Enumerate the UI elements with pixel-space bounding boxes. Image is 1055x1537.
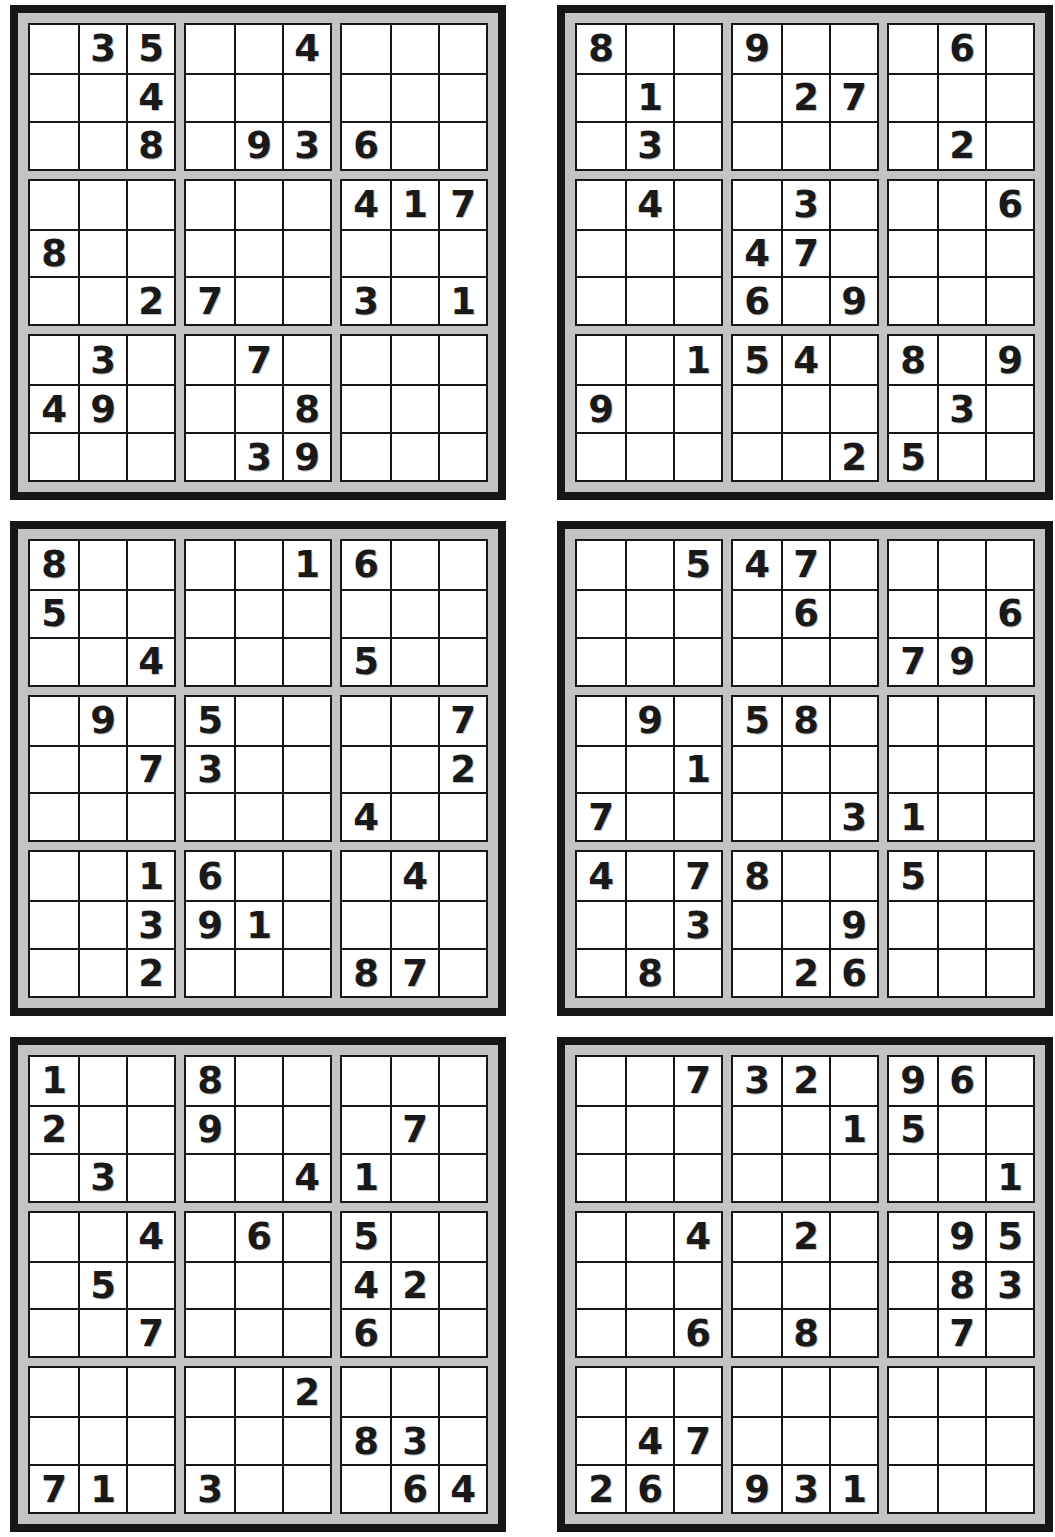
- puzzle2-cell-r7c1-empty[interactable]: [577, 336, 625, 384]
- puzzle2-cell-r3c7-empty[interactable]: [889, 121, 937, 169]
- puzzle4-cell-r3c6-empty[interactable]: [829, 637, 877, 685]
- puzzle1-cell-r9c8-empty[interactable]: [390, 432, 438, 480]
- puzzle3-cell-r3c6-empty[interactable]: [282, 637, 330, 685]
- puzzle4-cell-r1c2-empty[interactable]: [625, 541, 673, 589]
- puzzle3-cell-r2c3-empty[interactable]: [126, 589, 174, 637]
- puzzle4-cell-r7c6-empty[interactable]: [829, 852, 877, 900]
- puzzle4-cell-r1c6-empty[interactable]: [829, 541, 877, 589]
- puzzle4-cell-r2c7-empty[interactable]: [889, 589, 937, 637]
- puzzle1-cell-r7c4-empty[interactable]: [186, 336, 234, 384]
- puzzle4-cell-r2c8-empty[interactable]: [937, 589, 985, 637]
- puzzle1-cell-r1c1-empty[interactable]: [30, 25, 78, 73]
- puzzle6-cell-r5c7-empty[interactable]: [889, 1261, 937, 1309]
- puzzle4-cell-r9c1-empty[interactable]: [577, 948, 625, 996]
- puzzle4-cell-r4c9-empty[interactable]: [985, 697, 1033, 745]
- puzzle2-cell-r5c6-empty[interactable]: [829, 229, 877, 277]
- puzzle4-cell-r3c1-empty[interactable]: [577, 637, 625, 685]
- puzzle3-cell-r9c9-empty[interactable]: [438, 948, 486, 996]
- puzzle1-cell-r3c1-empty[interactable]: [30, 121, 78, 169]
- puzzle6-cell-r9c8-empty[interactable]: [937, 1464, 985, 1512]
- puzzle6-cell-r9c3-empty[interactable]: [673, 1464, 721, 1512]
- puzzle6-cell-r1c1-empty[interactable]: [577, 1057, 625, 1105]
- puzzle4-cell-r7c9-empty[interactable]: [985, 852, 1033, 900]
- puzzle6-cell-r3c7-empty[interactable]: [889, 1153, 937, 1201]
- puzzle2-cell-r2c7-empty[interactable]: [889, 73, 937, 121]
- puzzle4-cell-r5c5-empty[interactable]: [781, 745, 829, 793]
- puzzle6-cell-r8c1-empty[interactable]: [577, 1416, 625, 1464]
- puzzle1-cell-r8c7-empty[interactable]: [342, 384, 390, 432]
- puzzle6-cell-r1c6-empty[interactable]: [829, 1057, 877, 1105]
- puzzle2-cell-r1c9-empty[interactable]: [985, 25, 1033, 73]
- puzzle6-cell-r3c1-empty[interactable]: [577, 1153, 625, 1201]
- puzzle3-cell-r6c4-empty[interactable]: [186, 792, 234, 840]
- puzzle2-cell-r3c6-empty[interactable]: [829, 121, 877, 169]
- puzzle5-cell-r2c2-empty[interactable]: [78, 1105, 126, 1153]
- puzzle2-cell-r3c4-empty[interactable]: [733, 121, 781, 169]
- puzzle6-cell-r4c2-empty[interactable]: [625, 1213, 673, 1261]
- puzzle3-cell-r6c1-empty[interactable]: [30, 792, 78, 840]
- puzzle6-cell-r9c7-empty[interactable]: [889, 1464, 937, 1512]
- puzzle4-cell-r2c3-empty[interactable]: [673, 589, 721, 637]
- puzzle3-cell-r3c2-empty[interactable]: [78, 637, 126, 685]
- puzzle3-cell-r8c1-empty[interactable]: [30, 900, 78, 948]
- puzzle2-cell-r2c1-empty[interactable]: [577, 73, 625, 121]
- puzzle5-cell-r8c1-empty[interactable]: [30, 1416, 78, 1464]
- puzzle6-cell-r8c5-empty[interactable]: [781, 1416, 829, 1464]
- puzzle6-cell-r7c5-empty[interactable]: [781, 1368, 829, 1416]
- puzzle1-cell-r2c1-empty[interactable]: [30, 73, 78, 121]
- puzzle1-cell-r6c5-empty[interactable]: [234, 276, 282, 324]
- puzzle4-cell-r4c6-empty[interactable]: [829, 697, 877, 745]
- puzzle5-cell-r6c8-empty[interactable]: [390, 1308, 438, 1356]
- puzzle2-cell-r6c3-empty[interactable]: [673, 276, 721, 324]
- puzzle6-cell-r1c9-empty[interactable]: [985, 1057, 1033, 1105]
- puzzle1-cell-r5c8-empty[interactable]: [390, 229, 438, 277]
- puzzle5-cell-r6c5-empty[interactable]: [234, 1308, 282, 1356]
- puzzle2-cell-r3c3-empty[interactable]: [673, 121, 721, 169]
- puzzle6-cell-r5c3-empty[interactable]: [673, 1261, 721, 1309]
- puzzle5-cell-r2c3-empty[interactable]: [126, 1105, 174, 1153]
- puzzle2-cell-r9c9-empty[interactable]: [985, 432, 1033, 480]
- puzzle3-cell-r3c9-empty[interactable]: [438, 637, 486, 685]
- puzzle5-cell-r2c6-empty[interactable]: [282, 1105, 330, 1153]
- puzzle1-cell-r5c3-empty[interactable]: [126, 229, 174, 277]
- puzzle4-cell-r6c4-empty[interactable]: [733, 792, 781, 840]
- puzzle2-cell-r9c1-empty[interactable]: [577, 432, 625, 480]
- puzzle1-cell-r4c1-empty[interactable]: [30, 181, 78, 229]
- puzzle4-cell-r1c7-empty[interactable]: [889, 541, 937, 589]
- puzzle6-cell-r3c5-empty[interactable]: [781, 1153, 829, 1201]
- puzzle2-cell-r8c5-empty[interactable]: [781, 384, 829, 432]
- puzzle2-cell-r9c8-empty[interactable]: [937, 432, 985, 480]
- puzzle6-cell-r3c6-empty[interactable]: [829, 1153, 877, 1201]
- puzzle2-cell-r3c9-empty[interactable]: [985, 121, 1033, 169]
- puzzle4-cell-r3c5-empty[interactable]: [781, 637, 829, 685]
- puzzle5-cell-r4c1-empty[interactable]: [30, 1213, 78, 1261]
- puzzle2-cell-r4c8-empty[interactable]: [937, 181, 985, 229]
- puzzle6-cell-r3c4-empty[interactable]: [733, 1153, 781, 1201]
- puzzle4-cell-r1c1-empty[interactable]: [577, 541, 625, 589]
- puzzle3-cell-r4c6-empty[interactable]: [282, 697, 330, 745]
- puzzle2-cell-r9c2-empty[interactable]: [625, 432, 673, 480]
- puzzle1-cell-r4c2-empty[interactable]: [78, 181, 126, 229]
- puzzle4-cell-r7c8-empty[interactable]: [937, 852, 985, 900]
- puzzle3-cell-r9c5-empty[interactable]: [234, 948, 282, 996]
- puzzle6-cell-r7c6-empty[interactable]: [829, 1368, 877, 1416]
- puzzle4-cell-r4c7-empty[interactable]: [889, 697, 937, 745]
- puzzle3-cell-r7c2-empty[interactable]: [78, 852, 126, 900]
- puzzle3-cell-r7c1-empty[interactable]: [30, 852, 78, 900]
- puzzle2-cell-r8c3-empty[interactable]: [673, 384, 721, 432]
- puzzle4-cell-r8c1-empty[interactable]: [577, 900, 625, 948]
- puzzle5-cell-r9c3-empty[interactable]: [126, 1464, 174, 1512]
- puzzle2-cell-r1c7-empty[interactable]: [889, 25, 937, 73]
- puzzle1-cell-r4c3-empty[interactable]: [126, 181, 174, 229]
- puzzle1-cell-r6c6-empty[interactable]: [282, 276, 330, 324]
- puzzle5-cell-r6c2-empty[interactable]: [78, 1308, 126, 1356]
- puzzle2-cell-r8c4-empty[interactable]: [733, 384, 781, 432]
- puzzle4-cell-r9c3-empty[interactable]: [673, 948, 721, 996]
- puzzle5-cell-r8c9-empty[interactable]: [438, 1416, 486, 1464]
- puzzle2-cell-r6c8-empty[interactable]: [937, 276, 985, 324]
- puzzle3-cell-r6c9-empty[interactable]: [438, 792, 486, 840]
- puzzle6-cell-r8c8-empty[interactable]: [937, 1416, 985, 1464]
- puzzle4-cell-r5c4-empty[interactable]: [733, 745, 781, 793]
- puzzle1-cell-r5c5-empty[interactable]: [234, 229, 282, 277]
- puzzle6-cell-r4c4-empty[interactable]: [733, 1213, 781, 1261]
- puzzle5-cell-r5c1-empty[interactable]: [30, 1261, 78, 1309]
- puzzle6-cell-r5c4-empty[interactable]: [733, 1261, 781, 1309]
- puzzle1-cell-r7c3-empty[interactable]: [126, 336, 174, 384]
- puzzle5-cell-r5c3-empty[interactable]: [126, 1261, 174, 1309]
- puzzle5-cell-r5c4-empty[interactable]: [186, 1261, 234, 1309]
- puzzle1-cell-r3c9-empty[interactable]: [438, 121, 486, 169]
- puzzle6-cell-r5c6-empty[interactable]: [829, 1261, 877, 1309]
- puzzle3-cell-r7c5-empty[interactable]: [234, 852, 282, 900]
- puzzle1-cell-r5c4-empty[interactable]: [186, 229, 234, 277]
- puzzle4-cell-r5c9-empty[interactable]: [985, 745, 1033, 793]
- puzzle4-cell-r1c8-empty[interactable]: [937, 541, 985, 589]
- puzzle1-cell-r4c6-empty[interactable]: [282, 181, 330, 229]
- puzzle2-cell-r1c3-empty[interactable]: [673, 25, 721, 73]
- puzzle6-cell-r5c2-empty[interactable]: [625, 1261, 673, 1309]
- puzzle6-cell-r1c2-empty[interactable]: [625, 1057, 673, 1105]
- puzzle5-cell-r2c9-empty[interactable]: [438, 1105, 486, 1153]
- puzzle6-cell-r6c4-empty[interactable]: [733, 1308, 781, 1356]
- puzzle3-cell-r8c8-empty[interactable]: [390, 900, 438, 948]
- puzzle3-cell-r3c4-empty[interactable]: [186, 637, 234, 685]
- puzzle3-cell-r8c6-empty[interactable]: [282, 900, 330, 948]
- puzzle6-cell-r7c3-empty[interactable]: [673, 1368, 721, 1416]
- puzzle2-cell-r7c2-empty[interactable]: [625, 336, 673, 384]
- puzzle5-cell-r3c9-empty[interactable]: [438, 1153, 486, 1201]
- puzzle1-cell-r3c2-empty[interactable]: [78, 121, 126, 169]
- puzzle3-cell-r6c8-empty[interactable]: [390, 792, 438, 840]
- puzzle6-cell-r2c4-empty[interactable]: [733, 1105, 781, 1153]
- puzzle6-cell-r2c3-empty[interactable]: [673, 1105, 721, 1153]
- puzzle5-cell-r4c9-empty[interactable]: [438, 1213, 486, 1261]
- puzzle3-cell-r2c7-empty[interactable]: [342, 589, 390, 637]
- puzzle6-cell-r3c8-empty[interactable]: [937, 1153, 985, 1201]
- puzzle5-cell-r7c2-empty[interactable]: [78, 1368, 126, 1416]
- puzzle2-cell-r5c3-empty[interactable]: [673, 229, 721, 277]
- puzzle1-cell-r7c6-empty[interactable]: [282, 336, 330, 384]
- puzzle3-cell-r2c9-empty[interactable]: [438, 589, 486, 637]
- puzzle6-cell-r7c2-empty[interactable]: [625, 1368, 673, 1416]
- puzzle6-cell-r7c7-empty[interactable]: [889, 1368, 937, 1416]
- puzzle1-cell-r8c4-empty[interactable]: [186, 384, 234, 432]
- puzzle4-cell-r6c9-empty[interactable]: [985, 792, 1033, 840]
- puzzle5-cell-r7c3-empty[interactable]: [126, 1368, 174, 1416]
- puzzle6-cell-r6c7-empty[interactable]: [889, 1308, 937, 1356]
- puzzle1-cell-r1c8-empty[interactable]: [390, 25, 438, 73]
- puzzle2-cell-r9c5-empty[interactable]: [781, 432, 829, 480]
- puzzle4-cell-r2c2-empty[interactable]: [625, 589, 673, 637]
- puzzle1-cell-r2c8-empty[interactable]: [390, 73, 438, 121]
- puzzle3-cell-r6c5-empty[interactable]: [234, 792, 282, 840]
- puzzle6-cell-r2c8-empty[interactable]: [937, 1105, 985, 1153]
- puzzle4-cell-r8c2-empty[interactable]: [625, 900, 673, 948]
- puzzle2-cell-r9c3-empty[interactable]: [673, 432, 721, 480]
- puzzle4-cell-r7c5-empty[interactable]: [781, 852, 829, 900]
- puzzle6-cell-r8c7-empty[interactable]: [889, 1416, 937, 1464]
- puzzle1-cell-r1c9-empty[interactable]: [438, 25, 486, 73]
- puzzle3-cell-r2c6-empty[interactable]: [282, 589, 330, 637]
- puzzle1-cell-r7c9-empty[interactable]: [438, 336, 486, 384]
- puzzle4-cell-r3c2-empty[interactable]: [625, 637, 673, 685]
- puzzle3-cell-r1c3-empty[interactable]: [126, 541, 174, 589]
- puzzle4-cell-r2c1-empty[interactable]: [577, 589, 625, 637]
- puzzle5-cell-r3c8-empty[interactable]: [390, 1153, 438, 1201]
- puzzle6-cell-r6c6-empty[interactable]: [829, 1308, 877, 1356]
- puzzle1-cell-r9c3-empty[interactable]: [126, 432, 174, 480]
- puzzle2-cell-r3c1-empty[interactable]: [577, 121, 625, 169]
- puzzle4-cell-r8c5-empty[interactable]: [781, 900, 829, 948]
- puzzle3-cell-r1c2-empty[interactable]: [78, 541, 126, 589]
- puzzle5-cell-r1c2-empty[interactable]: [78, 1057, 126, 1105]
- puzzle4-cell-r4c3-empty[interactable]: [673, 697, 721, 745]
- puzzle2-cell-r1c2-empty[interactable]: [625, 25, 673, 73]
- puzzle5-cell-r8c2-empty[interactable]: [78, 1416, 126, 1464]
- puzzle3-cell-r5c8-empty[interactable]: [390, 745, 438, 793]
- puzzle4-cell-r4c1-empty[interactable]: [577, 697, 625, 745]
- puzzle5-cell-r2c7-empty[interactable]: [342, 1105, 390, 1153]
- puzzle5-cell-r5c5-empty[interactable]: [234, 1261, 282, 1309]
- puzzle5-cell-r4c6-empty[interactable]: [282, 1213, 330, 1261]
- puzzle1-cell-r9c4-empty[interactable]: [186, 432, 234, 480]
- puzzle2-cell-r7c6-empty[interactable]: [829, 336, 877, 384]
- puzzle1-cell-r8c3-empty[interactable]: [126, 384, 174, 432]
- puzzle2-cell-r8c6-empty[interactable]: [829, 384, 877, 432]
- puzzle6-cell-r7c1-empty[interactable]: [577, 1368, 625, 1416]
- puzzle4-cell-r5c6-empty[interactable]: [829, 745, 877, 793]
- puzzle3-cell-r2c8-empty[interactable]: [390, 589, 438, 637]
- puzzle5-cell-r8c6-empty[interactable]: [282, 1416, 330, 1464]
- puzzle4-cell-r8c8-empty[interactable]: [937, 900, 985, 948]
- puzzle1-cell-r6c8-empty[interactable]: [390, 276, 438, 324]
- puzzle2-cell-r8c7-empty[interactable]: [889, 384, 937, 432]
- puzzle2-cell-r5c7-empty[interactable]: [889, 229, 937, 277]
- puzzle5-cell-r1c6-empty[interactable]: [282, 1057, 330, 1105]
- puzzle6-cell-r8c4-empty[interactable]: [733, 1416, 781, 1464]
- puzzle6-cell-r3c2-empty[interactable]: [625, 1153, 673, 1201]
- puzzle1-cell-r9c7-empty[interactable]: [342, 432, 390, 480]
- puzzle2-cell-r2c3-empty[interactable]: [673, 73, 721, 121]
- puzzle1-cell-r5c6-empty[interactable]: [282, 229, 330, 277]
- puzzle2-cell-r4c7-empty[interactable]: [889, 181, 937, 229]
- puzzle4-cell-r2c4-empty[interactable]: [733, 589, 781, 637]
- puzzle5-cell-r5c6-empty[interactable]: [282, 1261, 330, 1309]
- puzzle5-cell-r9c6-empty[interactable]: [282, 1464, 330, 1512]
- puzzle3-cell-r4c3-empty[interactable]: [126, 697, 174, 745]
- puzzle1-cell-r2c2-empty[interactable]: [78, 73, 126, 121]
- puzzle2-cell-r4c3-empty[interactable]: [673, 181, 721, 229]
- puzzle4-cell-r8c4-empty[interactable]: [733, 900, 781, 948]
- puzzle6-cell-r4c6-empty[interactable]: [829, 1213, 877, 1261]
- puzzle2-cell-r2c4-empty[interactable]: [733, 73, 781, 121]
- puzzle6-cell-r7c4-empty[interactable]: [733, 1368, 781, 1416]
- puzzle4-cell-r4c8-empty[interactable]: [937, 697, 985, 745]
- puzzle5-cell-r1c8-empty[interactable]: [390, 1057, 438, 1105]
- puzzle1-cell-r1c7-empty[interactable]: [342, 25, 390, 73]
- puzzle2-cell-r6c2-empty[interactable]: [625, 276, 673, 324]
- puzzle6-cell-r2c2-empty[interactable]: [625, 1105, 673, 1153]
- puzzle6-cell-r6c9-empty[interactable]: [985, 1308, 1033, 1356]
- puzzle2-cell-r5c8-empty[interactable]: [937, 229, 985, 277]
- puzzle2-cell-r6c9-empty[interactable]: [985, 276, 1033, 324]
- puzzle5-cell-r7c8-empty[interactable]: [390, 1368, 438, 1416]
- puzzle6-cell-r4c7-empty[interactable]: [889, 1213, 937, 1261]
- puzzle4-cell-r7c2-empty[interactable]: [625, 852, 673, 900]
- puzzle6-cell-r8c6-empty[interactable]: [829, 1416, 877, 1464]
- puzzle1-cell-r8c9-empty[interactable]: [438, 384, 486, 432]
- puzzle5-cell-r2c5-empty[interactable]: [234, 1105, 282, 1153]
- puzzle3-cell-r2c5-empty[interactable]: [234, 589, 282, 637]
- puzzle6-cell-r2c5-empty[interactable]: [781, 1105, 829, 1153]
- puzzle2-cell-r7c8-empty[interactable]: [937, 336, 985, 384]
- puzzle5-cell-r3c3-empty[interactable]: [126, 1153, 174, 1201]
- puzzle2-cell-r5c9-empty[interactable]: [985, 229, 1033, 277]
- puzzle5-cell-r8c5-empty[interactable]: [234, 1416, 282, 1464]
- puzzle6-cell-r6c2-empty[interactable]: [625, 1308, 673, 1356]
- puzzle3-cell-r2c4-empty[interactable]: [186, 589, 234, 637]
- puzzle2-cell-r9c4-empty[interactable]: [733, 432, 781, 480]
- puzzle5-cell-r8c3-empty[interactable]: [126, 1416, 174, 1464]
- puzzle4-cell-r3c4-empty[interactable]: [733, 637, 781, 685]
- puzzle4-cell-r5c7-empty[interactable]: [889, 745, 937, 793]
- puzzle1-cell-r6c1-empty[interactable]: [30, 276, 78, 324]
- puzzle2-cell-r4c1-empty[interactable]: [577, 181, 625, 229]
- puzzle1-cell-r2c9-empty[interactable]: [438, 73, 486, 121]
- puzzle3-cell-r9c6-empty[interactable]: [282, 948, 330, 996]
- puzzle6-cell-r7c9-empty[interactable]: [985, 1368, 1033, 1416]
- puzzle2-cell-r1c5-empty[interactable]: [781, 25, 829, 73]
- puzzle3-cell-r9c1-empty[interactable]: [30, 948, 78, 996]
- puzzle2-cell-r8c9-empty[interactable]: [985, 384, 1033, 432]
- puzzle3-cell-r4c5-empty[interactable]: [234, 697, 282, 745]
- puzzle3-cell-r1c8-empty[interactable]: [390, 541, 438, 589]
- puzzle1-cell-r2c4-empty[interactable]: [186, 73, 234, 121]
- puzzle1-cell-r2c7-empty[interactable]: [342, 73, 390, 121]
- puzzle6-cell-r7c8-empty[interactable]: [937, 1368, 985, 1416]
- puzzle6-cell-r3c3-empty[interactable]: [673, 1153, 721, 1201]
- puzzle5-cell-r5c9-empty[interactable]: [438, 1261, 486, 1309]
- puzzle1-cell-r3c4-empty[interactable]: [186, 121, 234, 169]
- puzzle5-cell-r4c2-empty[interactable]: [78, 1213, 126, 1261]
- puzzle5-cell-r3c1-empty[interactable]: [30, 1153, 78, 1201]
- puzzle1-cell-r8c5-empty[interactable]: [234, 384, 282, 432]
- puzzle1-cell-r7c1-empty[interactable]: [30, 336, 78, 384]
- puzzle4-cell-r8c7-empty[interactable]: [889, 900, 937, 948]
- puzzle2-cell-r4c4-empty[interactable]: [733, 181, 781, 229]
- puzzle2-cell-r5c1-empty[interactable]: [577, 229, 625, 277]
- puzzle4-cell-r9c7-empty[interactable]: [889, 948, 937, 996]
- puzzle1-cell-r8c8-empty[interactable]: [390, 384, 438, 432]
- puzzle5-cell-r9c7-empty[interactable]: [342, 1464, 390, 1512]
- puzzle1-cell-r5c9-empty[interactable]: [438, 229, 486, 277]
- puzzle5-cell-r3c4-empty[interactable]: [186, 1153, 234, 1201]
- puzzle6-cell-r8c9-empty[interactable]: [985, 1416, 1033, 1464]
- puzzle1-cell-r5c7-empty[interactable]: [342, 229, 390, 277]
- puzzle3-cell-r5c6-empty[interactable]: [282, 745, 330, 793]
- puzzle5-cell-r6c1-empty[interactable]: [30, 1308, 78, 1356]
- puzzle4-cell-r6c8-empty[interactable]: [937, 792, 985, 840]
- puzzle5-cell-r4c8-empty[interactable]: [390, 1213, 438, 1261]
- puzzle5-cell-r8c4-empty[interactable]: [186, 1416, 234, 1464]
- puzzle3-cell-r5c2-empty[interactable]: [78, 745, 126, 793]
- puzzle3-cell-r1c5-empty[interactable]: [234, 541, 282, 589]
- puzzle2-cell-r6c7-empty[interactable]: [889, 276, 937, 324]
- puzzle4-cell-r8c9-empty[interactable]: [985, 900, 1033, 948]
- puzzle1-cell-r6c2-empty[interactable]: [78, 276, 126, 324]
- puzzle4-cell-r3c3-empty[interactable]: [673, 637, 721, 685]
- puzzle4-cell-r5c1-empty[interactable]: [577, 745, 625, 793]
- puzzle4-cell-r3c9-empty[interactable]: [985, 637, 1033, 685]
- puzzle1-cell-r5c2-empty[interactable]: [78, 229, 126, 277]
- puzzle3-cell-r8c9-empty[interactable]: [438, 900, 486, 948]
- puzzle4-cell-r9c8-empty[interactable]: [937, 948, 985, 996]
- puzzle3-cell-r6c6-empty[interactable]: [282, 792, 330, 840]
- puzzle4-cell-r6c2-empty[interactable]: [625, 792, 673, 840]
- puzzle5-cell-r6c4-empty[interactable]: [186, 1308, 234, 1356]
- puzzle3-cell-r4c7-empty[interactable]: [342, 697, 390, 745]
- puzzle2-cell-r1c6-empty[interactable]: [829, 25, 877, 73]
- puzzle3-cell-r9c2-empty[interactable]: [78, 948, 126, 996]
- puzzle3-cell-r3c1-empty[interactable]: [30, 637, 78, 685]
- puzzle5-cell-r3c5-empty[interactable]: [234, 1153, 282, 1201]
- puzzle5-cell-r1c5-empty[interactable]: [234, 1057, 282, 1105]
- puzzle5-cell-r7c9-empty[interactable]: [438, 1368, 486, 1416]
- puzzle1-cell-r7c8-empty[interactable]: [390, 336, 438, 384]
- puzzle1-cell-r1c4-empty[interactable]: [186, 25, 234, 73]
- puzzle5-cell-r1c9-empty[interactable]: [438, 1057, 486, 1105]
- puzzle1-cell-r2c6-empty[interactable]: [282, 73, 330, 121]
- puzzle3-cell-r3c5-empty[interactable]: [234, 637, 282, 685]
- puzzle4-cell-r2c6-empty[interactable]: [829, 589, 877, 637]
- puzzle1-cell-r1c5-empty[interactable]: [234, 25, 282, 73]
- puzzle3-cell-r6c3-empty[interactable]: [126, 792, 174, 840]
- puzzle5-cell-r1c7-empty[interactable]: [342, 1057, 390, 1105]
- puzzle3-cell-r8c7-empty[interactable]: [342, 900, 390, 948]
- puzzle2-cell-r2c8-empty[interactable]: [937, 73, 985, 121]
- puzzle3-cell-r2c2-empty[interactable]: [78, 589, 126, 637]
- puzzle1-cell-r3c8-empty[interactable]: [390, 121, 438, 169]
- puzzle6-cell-r5c1-empty[interactable]: [577, 1261, 625, 1309]
- puzzle3-cell-r6c2-empty[interactable]: [78, 792, 126, 840]
- puzzle2-cell-r6c1-empty[interactable]: [577, 276, 625, 324]
- puzzle2-cell-r5c2-empty[interactable]: [625, 229, 673, 277]
- puzzle2-cell-r6c5-empty[interactable]: [781, 276, 829, 324]
